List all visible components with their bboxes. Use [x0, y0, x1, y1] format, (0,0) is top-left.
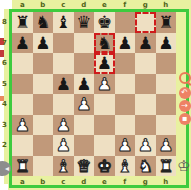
square-a2[interactable]: [12, 135, 33, 156]
white-rook-a1[interactable]: ♜: [15, 156, 30, 177]
square-c5[interactable]: ♟: [53, 74, 74, 95]
square-f2[interactable]: ♟: [115, 135, 136, 156]
white-bishop-f1[interactable]: ♝: [117, 156, 132, 177]
square-g6[interactable]: [135, 53, 156, 74]
square-g3[interactable]: [135, 115, 156, 136]
black-pawn-g7[interactable]: ♟: [138, 33, 153, 54]
file-label-d: d: [74, 178, 95, 187]
square-g1[interactable]: ♞: [135, 156, 156, 177]
square-c6[interactable]: [53, 53, 74, 74]
square-a3[interactable]: ♟: [12, 115, 33, 136]
black-rook-h8[interactable]: ♜: [158, 12, 173, 33]
square-f6[interactable]: [115, 53, 136, 74]
rank-label-5: 5: [0, 74, 9, 95]
black-pawn-a7[interactable]: ♟: [15, 33, 30, 54]
square-d1[interactable]: ♛: [74, 156, 95, 177]
forward-icon[interactable]: →: [179, 100, 191, 112]
square-h5[interactable]: [156, 74, 177, 95]
square-b2[interactable]: [33, 135, 54, 156]
white-pawn-d4[interactable]: ♟: [76, 94, 91, 115]
square-a4[interactable]: [12, 94, 33, 115]
black-pawn-h7[interactable]: ♟: [158, 33, 173, 54]
square-e6[interactable]: ♟: [94, 53, 115, 74]
square-b4[interactable]: [33, 94, 54, 115]
page-gutter: [0, 184, 8, 190]
undo-icon[interactable]: ↶: [179, 87, 191, 99]
file-label-b: b: [33, 178, 54, 187]
white-pawn-e5[interactable]: ♟: [97, 74, 112, 95]
rank-label-4: 4: [0, 94, 9, 115]
square-b8[interactable]: ♞: [33, 12, 54, 33]
square-g8[interactable]: [135, 12, 156, 33]
square-h8[interactable]: ♜: [156, 12, 177, 33]
black-knight-b8[interactable]: ♞: [35, 12, 50, 33]
square-b7[interactable]: ♟: [33, 33, 54, 54]
square-f5[interactable]: [115, 74, 136, 95]
file-label-a: a: [12, 178, 33, 187]
square-c4[interactable]: [53, 94, 74, 115]
square-e5[interactable]: ♟: [94, 74, 115, 95]
square-b1[interactable]: [33, 156, 54, 177]
square-d2[interactable]: [74, 135, 95, 156]
white-pawn-c3[interactable]: ♟: [56, 115, 71, 136]
square-c8[interactable]: ♝: [53, 12, 74, 33]
square-a5[interactable]: [12, 74, 33, 95]
board-controls: ↶ → ▪: [178, 72, 191, 125]
square-a1[interactable]: ♜: [12, 156, 33, 177]
stop-icon[interactable]: ▪: [179, 113, 191, 125]
file-label-h: h: [156, 178, 177, 187]
square-e7[interactable]: ♞: [94, 33, 115, 54]
square-h7[interactable]: ♟: [156, 33, 177, 54]
square-d8[interactable]: ♛: [74, 12, 95, 33]
black-pawn-f7[interactable]: ♟: [117, 33, 132, 54]
square-f4[interactable]: [115, 94, 136, 115]
square-c3[interactable]: ♟: [53, 115, 74, 136]
rank-label-3: 3: [0, 115, 9, 136]
square-c2[interactable]: ♟: [53, 135, 74, 156]
square-d5[interactable]: ♟: [74, 74, 95, 95]
chess-board[interactable]: ♜♞♝♛♚♜♟♟♞♟♟♟♟♟♟♟♟♟♟♟♟♟♟♜♝♛♚♝♞♜: [12, 12, 176, 176]
file-label-c: c: [53, 1, 74, 10]
page-gutter: [0, 0, 12, 9]
square-b6[interactable]: [33, 53, 54, 74]
square-e1[interactable]: ♚: [94, 156, 115, 177]
square-g4[interactable]: [135, 94, 156, 115]
file-label-c: c: [53, 178, 74, 187]
black-rook-a8[interactable]: ♜: [15, 12, 30, 33]
black-pawn-b7[interactable]: ♟: [35, 33, 50, 54]
white-pawn-h2[interactable]: ♟: [158, 135, 173, 156]
square-a7[interactable]: ♟: [12, 33, 33, 54]
rank-label-8: 8: [0, 12, 9, 33]
square-c1[interactable]: ♝: [53, 156, 74, 177]
black-queen-d8[interactable]: ♛: [76, 12, 91, 33]
white-knight-g1[interactable]: ♞: [138, 156, 153, 177]
white-pawn-a3[interactable]: ♟: [15, 115, 30, 136]
file-label-g: g: [135, 1, 156, 10]
white-to-move-king-icon: ♔: [177, 156, 191, 176]
white-king-e1[interactable]: ♚: [97, 156, 112, 177]
rank-label-7: 7: [0, 33, 9, 54]
rank-label-6: 6: [0, 53, 9, 74]
black-king-e8[interactable]: ♚: [97, 12, 112, 33]
square-g2[interactable]: ♟: [135, 135, 156, 156]
file-labels-top: abcdefgh: [12, 1, 176, 10]
square-f1[interactable]: ♝: [115, 156, 136, 177]
square-f8[interactable]: [115, 12, 136, 33]
file-label-d: d: [74, 1, 95, 10]
search-icon[interactable]: [179, 72, 191, 84]
square-b5[interactable]: [33, 74, 54, 95]
file-label-g: g: [135, 178, 156, 187]
square-c7[interactable]: [53, 33, 74, 54]
square-d6[interactable]: [74, 53, 95, 74]
file-label-b: b: [33, 1, 54, 10]
square-e4[interactable]: [94, 94, 115, 115]
square-g5[interactable]: [135, 74, 156, 95]
square-g7[interactable]: ♟: [135, 33, 156, 54]
white-pawn-g2[interactable]: ♟: [138, 135, 153, 156]
black-bishop-c8[interactable]: ♝: [56, 12, 71, 33]
white-rook-h1[interactable]: ♜: [158, 156, 173, 177]
file-label-f: f: [115, 1, 136, 10]
square-f7[interactable]: ♟: [115, 33, 136, 54]
white-queen-d1[interactable]: ♛: [76, 156, 91, 177]
white-bishop-c1[interactable]: ♝: [56, 156, 71, 177]
square-e3[interactable]: [94, 115, 115, 136]
white-pawn-c2[interactable]: ♟: [56, 135, 71, 156]
square-h4[interactable]: [156, 94, 177, 115]
square-h6[interactable]: [156, 53, 177, 74]
square-b3[interactable]: [33, 115, 54, 136]
square-a8[interactable]: ♜: [12, 12, 33, 33]
file-label-h: h: [156, 1, 177, 10]
square-e8[interactable]: ♚: [94, 12, 115, 33]
black-pawn-d5[interactable]: ♟: [76, 74, 91, 95]
black-pawn-c5[interactable]: ♟: [56, 74, 71, 95]
square-h3[interactable]: [156, 115, 177, 136]
square-f3[interactable]: [115, 115, 136, 136]
square-h1[interactable]: ♜: [156, 156, 177, 177]
square-a6[interactable]: [12, 53, 33, 74]
square-h2[interactable]: ♟: [156, 135, 177, 156]
file-label-f: f: [115, 178, 136, 187]
black-knight-e7[interactable]: ♞: [97, 33, 112, 54]
file-labels-bottom: abcdefgh: [12, 178, 176, 187]
file-label-e: e: [94, 1, 115, 10]
square-d7[interactable]: [74, 33, 95, 54]
white-pawn-f2[interactable]: ♟: [117, 135, 132, 156]
square-d4[interactable]: ♟: [74, 94, 95, 115]
file-label-a: a: [12, 1, 33, 10]
chess-widget: abcdefgh abcdefgh 87654321 ♜♞♝♛♚♜♟♟♞♟♟♟♟…: [0, 0, 191, 190]
square-e2[interactable]: [94, 135, 115, 156]
rank-label-2: 2: [0, 135, 9, 156]
file-label-e: e: [94, 178, 115, 187]
rank-labels: 87654321: [0, 12, 9, 176]
square-d3[interactable]: [74, 115, 95, 136]
black-pawn-e6[interactable]: ♟: [97, 53, 112, 74]
